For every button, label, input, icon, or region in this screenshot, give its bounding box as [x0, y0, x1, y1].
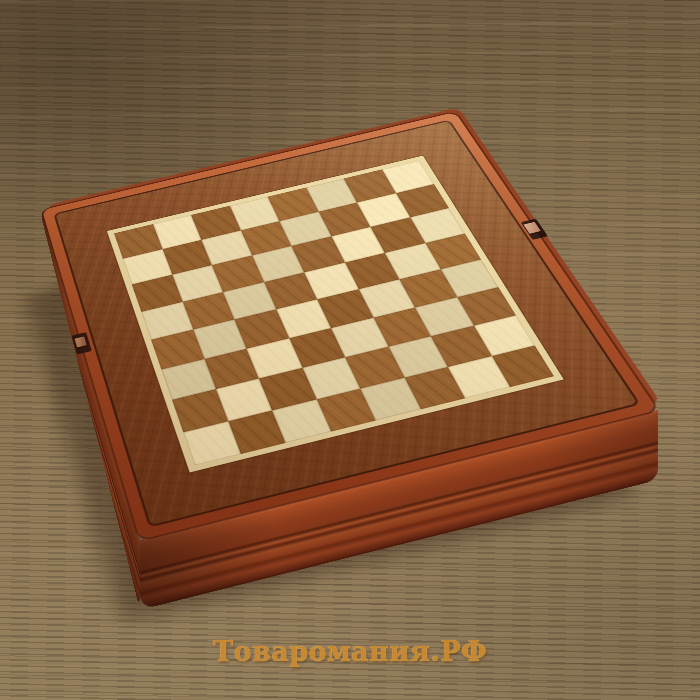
watermark-text: Товаромания.РФ [0, 636, 700, 667]
field-border-line [107, 156, 564, 473]
hinge-pin-icon [75, 336, 87, 347]
product-photo-scene: Товаромания.РФ [0, 0, 700, 700]
hinge-pin-icon [523, 222, 540, 234]
chess-board-grid [114, 160, 554, 465]
